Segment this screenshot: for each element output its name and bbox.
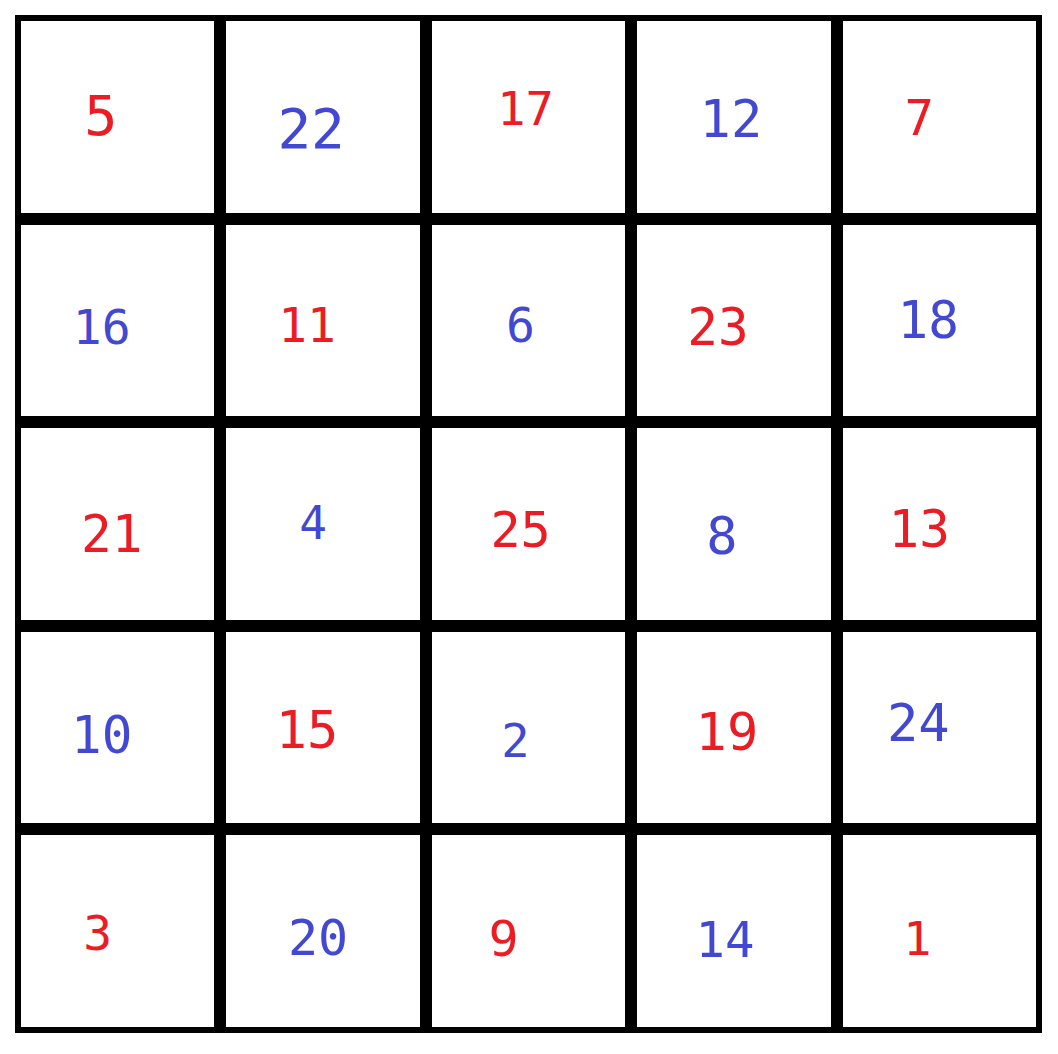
cell-r4c4[interactable]: 19 [631,626,836,830]
cell-r5c4[interactable]: 14 [631,829,836,1033]
cell-number: 1 [903,915,931,962]
cell-number: 11 [278,301,336,349]
cell-r4c1[interactable]: 10 [15,626,220,830]
cell-r2c2[interactable]: 11 [220,219,425,423]
cell-r5c5[interactable]: 1 [837,829,1042,1033]
cell-r3c5[interactable]: 13 [837,422,1042,626]
cell-number: 20 [288,913,348,963]
cell-number: 2 [501,717,529,764]
cell-number: 10 [71,710,132,761]
cell-number: 8 [706,510,737,562]
cell-number: 18 [898,295,959,346]
cell-number: 17 [497,85,554,132]
cell-r3c1[interactable]: 21 [15,422,220,626]
cell-number: 12 [700,93,763,145]
cell-r1c4[interactable]: 12 [631,15,836,219]
schulte-board: 5221712716116231821425813101521924320914… [15,15,1042,1033]
cell-r4c5[interactable]: 24 [837,626,1042,830]
cell-number: 7 [905,94,935,143]
cell-r3c3[interactable]: 25 [426,422,631,626]
cell-number: 6 [506,301,535,349]
cell-number: 24 [887,697,950,749]
cell-number: 22 [277,101,344,157]
cell-number: 5 [84,89,117,144]
cell-r5c1[interactable]: 3 [15,829,220,1033]
cell-r2c3[interactable]: 6 [426,219,631,423]
cell-r2c5[interactable]: 18 [837,219,1042,423]
cell-number: 16 [73,303,131,351]
cell-r5c2[interactable]: 20 [220,829,425,1033]
cell-r1c1[interactable]: 5 [15,15,220,219]
cell-number: 13 [889,504,950,555]
cell-number: 3 [83,909,112,957]
cell-number: 25 [490,505,550,555]
cell-r1c5[interactable]: 7 [837,15,1042,219]
cell-number: 15 [276,704,339,756]
cell-number: 19 [696,706,759,758]
cell-r1c3[interactable]: 17 [426,15,631,219]
cell-r3c2[interactable]: 4 [220,422,425,626]
cell-r1c2[interactable]: 22 [220,15,425,219]
cell-r3c4[interactable]: 8 [631,422,836,626]
cell-number: 4 [299,500,327,546]
cell-r2c4[interactable]: 23 [631,219,836,423]
cell-number: 9 [488,914,518,964]
cell-r4c2[interactable]: 15 [220,626,425,830]
cell-r5c3[interactable]: 9 [426,829,631,1033]
cell-number: 23 [687,302,748,353]
cell-number: 21 [81,509,142,560]
cell-number: 14 [695,916,754,965]
cell-r2c1[interactable]: 16 [15,219,220,423]
cell-r4c3[interactable]: 2 [426,626,631,830]
